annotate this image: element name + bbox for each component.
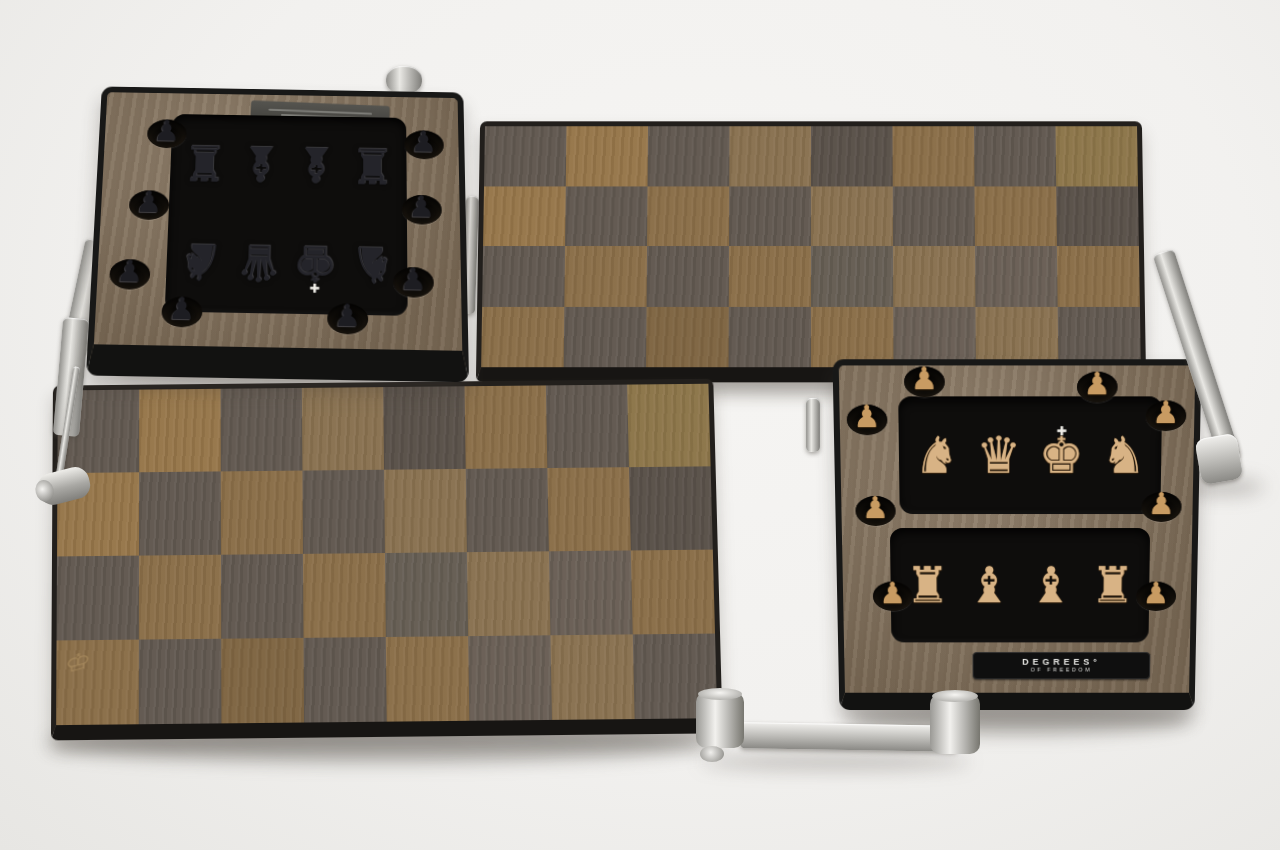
- board-square[interactable]: [974, 186, 1056, 246]
- board-square[interactable]: [385, 552, 468, 637]
- board-square[interactable]: [467, 551, 551, 636]
- board-square[interactable]: [484, 126, 566, 186]
- black-pawn[interactable]: ♟: [408, 192, 435, 222]
- black-pawn[interactable]: ♟: [116, 256, 145, 287]
- white-pawn[interactable]: ♟: [853, 402, 881, 433]
- board-square[interactable]: [566, 126, 648, 186]
- white-pawn[interactable]: ♟: [1143, 579, 1170, 609]
- white-pawn[interactable]: ♟: [1148, 489, 1175, 519]
- board-square[interactable]: [729, 126, 811, 186]
- white-pieces-tray: ♞♛♚♞ ♜♝♝♜ DEGREES° OF FREEDOM ♟♟♟♟♟♟♟♟: [832, 359, 1201, 710]
- board-square[interactable]: [893, 126, 975, 186]
- white-pawn[interactable]: ♟: [911, 363, 939, 394]
- black-pawn[interactable]: ♟: [135, 187, 163, 217]
- board-square[interactable]: [975, 306, 1058, 367]
- black-pawn[interactable]: ♟: [400, 264, 427, 295]
- folding-linkage-bar[interactable]: [740, 722, 958, 752]
- board-square[interactable]: [1056, 186, 1139, 246]
- pawn-hole: ♟: [402, 195, 442, 225]
- center-link-bar: [806, 398, 820, 452]
- pawn-hole: ♟: [904, 366, 945, 397]
- board-square[interactable]: [648, 126, 730, 186]
- board-squares-lower: [56, 384, 717, 725]
- pawn-hole: ♟: [1136, 582, 1176, 612]
- board-square[interactable]: [57, 556, 139, 641]
- board-square[interactable]: [139, 389, 221, 472]
- board-square[interactable]: [139, 555, 221, 640]
- pawn-hole: ♟: [855, 496, 896, 526]
- board-square[interactable]: [481, 306, 564, 367]
- black-pawn[interactable]: ♟: [153, 117, 181, 146]
- board-square[interactable]: [564, 246, 647, 306]
- pawn-hole: ♟: [161, 296, 203, 327]
- pawn-hole: ♟: [1077, 372, 1118, 403]
- board-square[interactable]: [565, 186, 647, 246]
- board-square[interactable]: [302, 387, 384, 470]
- linkage-post: [930, 694, 980, 754]
- pawn-hole: ♟: [128, 190, 169, 220]
- board-square[interactable]: [647, 186, 729, 246]
- pawn-hole: ♟: [147, 119, 187, 148]
- board-square[interactable]: [139, 639, 222, 725]
- board-square[interactable]: [549, 550, 633, 635]
- board-half-upper: [476, 121, 1146, 382]
- board-square[interactable]: [468, 635, 552, 721]
- board-square[interactable]: [975, 246, 1058, 306]
- board-square[interactable]: [893, 246, 975, 306]
- board-square[interactable]: [466, 468, 549, 552]
- white-pawn-holes: ♟♟♟♟♟♟♟♟: [839, 365, 1196, 692]
- pawn-hole: ♟: [1145, 400, 1186, 431]
- board-square[interactable]: [811, 126, 893, 186]
- board-square[interactable]: [631, 550, 715, 635]
- board-square[interactable]: [383, 386, 466, 469]
- board-square[interactable]: [811, 186, 893, 246]
- board-square[interactable]: [221, 638, 304, 724]
- board-square[interactable]: [646, 306, 729, 367]
- linkage-cap-screw: [700, 746, 724, 762]
- right-support-foot: [1194, 433, 1243, 486]
- ground-shadow: [700, 754, 970, 770]
- hinge-knob: [386, 66, 422, 94]
- board-square[interactable]: [1057, 246, 1140, 306]
- board-square[interactable]: [546, 385, 629, 468]
- board-square[interactable]: [974, 126, 1056, 186]
- board-square[interactable]: [139, 471, 221, 555]
- board-square[interactable]: [221, 554, 304, 639]
- white-pawn[interactable]: ♟: [879, 579, 906, 609]
- white-pawn[interactable]: ♟: [1084, 369, 1112, 400]
- board-square[interactable]: [893, 186, 975, 246]
- board-square[interactable]: [729, 246, 811, 306]
- black-pawn[interactable]: ♟: [168, 293, 196, 324]
- board-square[interactable]: [893, 306, 976, 367]
- board-square[interactable]: [627, 384, 710, 467]
- board-square[interactable]: [303, 553, 386, 638]
- board-square[interactable]: [729, 186, 811, 246]
- board-square[interactable]: [386, 636, 470, 722]
- board-square[interactable]: [384, 469, 467, 553]
- board-square[interactable]: [1056, 126, 1138, 186]
- board-square[interactable]: [482, 246, 565, 306]
- board-square[interactable]: [550, 634, 634, 720]
- board-square[interactable]: [483, 186, 566, 246]
- board-square[interactable]: [221, 471, 303, 555]
- board-square[interactable]: [547, 467, 630, 551]
- folding-chess-set-photo: ♔ ♜♝♝♜ ♞♛♚♞ ♟♟♟♟♟♟♟♟ ♞♛♚♞ ♜♝♝♜ DEGREES° …: [0, 0, 1280, 850]
- black-pawn-holes: ♟♟♟♟♟♟♟♟: [94, 92, 462, 351]
- pawn-hole: ♟: [404, 130, 444, 159]
- board-squares-upper: [481, 126, 1141, 367]
- pawn-hole: ♟: [327, 303, 368, 334]
- white-pawn[interactable]: ♟: [1152, 397, 1180, 428]
- board-square[interactable]: [564, 306, 647, 367]
- black-pieces-tray: ♜♝♝♜ ♞♛♚♞ ♟♟♟♟♟♟♟♟: [86, 86, 469, 382]
- board-square[interactable]: [1058, 306, 1141, 367]
- board-half-lower: ♔: [51, 379, 723, 741]
- black-pawn[interactable]: ♟: [334, 300, 361, 331]
- black-pawn[interactable]: ♟: [411, 127, 438, 156]
- board-square[interactable]: [304, 637, 387, 723]
- pawn-hole: ♟: [109, 259, 151, 290]
- board-square[interactable]: [647, 246, 729, 306]
- pawn-hole: ♟: [873, 582, 913, 612]
- board-square[interactable]: [302, 470, 385, 554]
- pawn-hole: ♟: [1141, 492, 1182, 522]
- white-pawn[interactable]: ♟: [862, 493, 889, 523]
- board-square[interactable]: [811, 306, 893, 367]
- board-square[interactable]: [465, 385, 548, 468]
- board-square[interactable]: [811, 246, 893, 306]
- board-square[interactable]: [221, 388, 303, 471]
- board-square[interactable]: [629, 466, 713, 550]
- linkage-post: [696, 692, 744, 748]
- board-square[interactable]: [729, 306, 811, 367]
- pawn-hole: ♟: [393, 267, 434, 298]
- pawn-hole: ♟: [847, 405, 888, 436]
